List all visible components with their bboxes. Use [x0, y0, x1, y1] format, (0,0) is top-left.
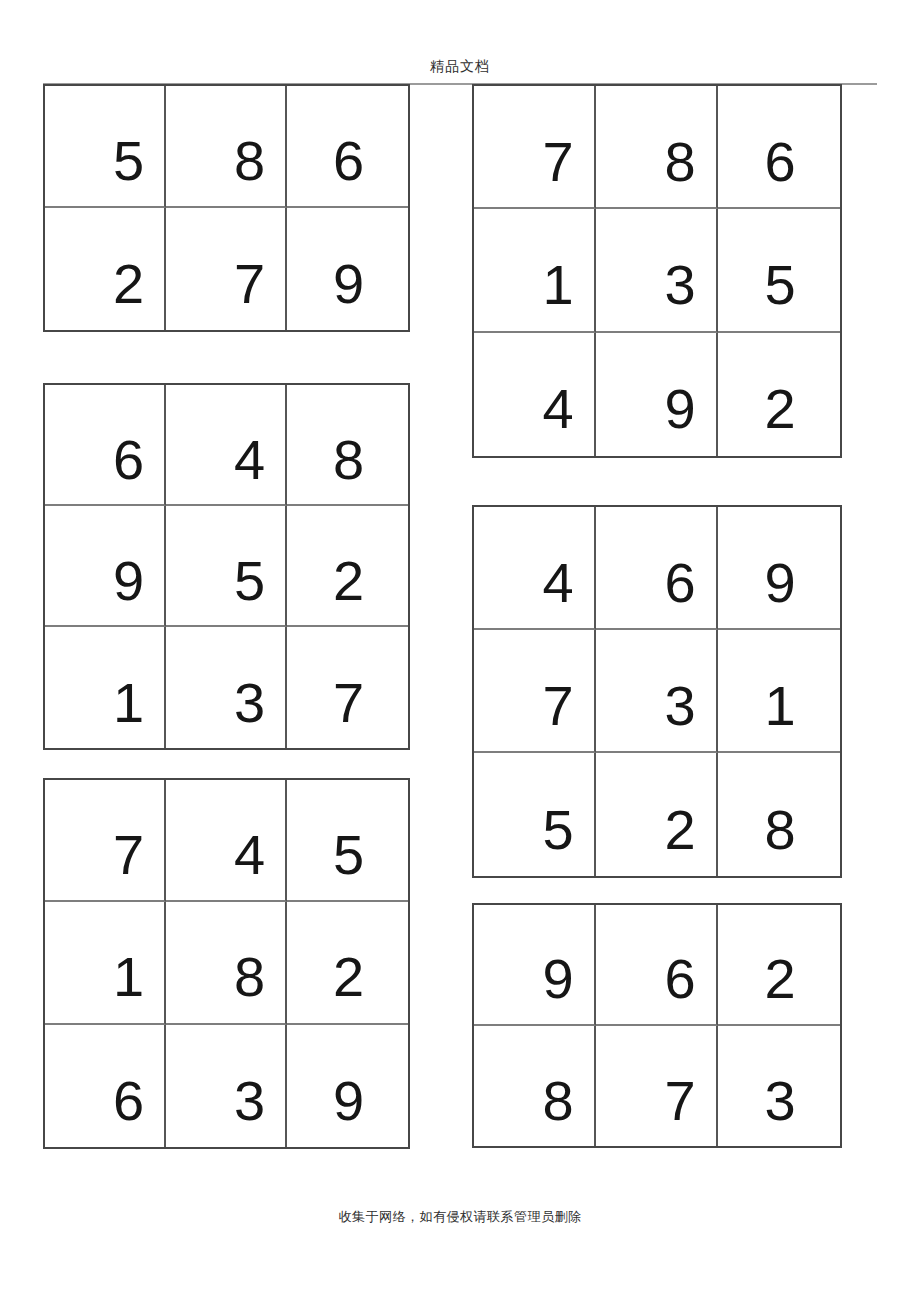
- digit-7: 7: [113, 827, 144, 883]
- digit-9: 9: [333, 256, 364, 312]
- digit-8: 8: [234, 133, 265, 189]
- digit-9: 9: [664, 381, 695, 437]
- digit-3: 3: [764, 1073, 795, 1129]
- grid-middle-left-cell-r3c3: 7: [287, 627, 408, 748]
- grid-middle-right-cell-r1c2: 6: [596, 507, 718, 630]
- grid-bottom-right-cell-r1c3: 2: [718, 905, 840, 1026]
- digit-2: 2: [664, 802, 695, 858]
- grid-middle-right-cell-r1c1: 4: [474, 507, 596, 630]
- grid-top-left-cell-r2c2: 7: [166, 208, 287, 330]
- grid-middle-right-cell-r3c3: 8: [718, 753, 840, 876]
- digit-7: 7: [234, 256, 265, 312]
- grid-middle-right-cell-r3c1: 5: [474, 753, 596, 876]
- grid-top-left: 586279: [43, 84, 410, 332]
- grid-top-right-cell-r3c1: 4: [474, 333, 596, 456]
- grid-top-right-cell-r1c3: 6: [718, 86, 840, 209]
- grid-top-right-cell-r3c2: 9: [596, 333, 718, 456]
- digit-4: 4: [234, 827, 265, 883]
- grid-middle-right-cell-r3c2: 2: [596, 753, 718, 876]
- grid-middle-left-cell-r1c1: 6: [45, 385, 166, 506]
- digit-9: 9: [333, 1073, 364, 1129]
- digit-5: 5: [764, 257, 795, 313]
- digit-3: 3: [234, 1073, 265, 1129]
- grid-middle-left-cell-r3c1: 1: [45, 627, 166, 748]
- digit-5: 5: [542, 802, 573, 858]
- grid-middle-right-cell-r2c1: 7: [474, 630, 596, 753]
- grid-top-left-cell-r1c3: 6: [287, 86, 408, 208]
- worksheet-page: 精品文档 58627978613549264895213746973152874…: [0, 0, 920, 1303]
- grid-bottom-right-cell-r2c2: 7: [596, 1026, 718, 1147]
- digit-1: 1: [113, 675, 144, 731]
- digit-8: 8: [234, 949, 265, 1005]
- digit-6: 6: [664, 951, 695, 1007]
- digit-7: 7: [664, 1073, 695, 1129]
- grid-bottom-left: 745182639: [43, 778, 410, 1149]
- grid-bottom-left-cell-r2c3: 2: [287, 902, 408, 1024]
- digit-5: 5: [234, 553, 265, 609]
- digit-1: 1: [113, 949, 144, 1005]
- digit-6: 6: [664, 555, 695, 611]
- grid-middle-right-cell-r2c3: 1: [718, 630, 840, 753]
- digit-6: 6: [113, 1073, 144, 1129]
- grid-top-right-cell-r2c1: 1: [474, 209, 596, 332]
- grid-top-right: 786135492: [472, 84, 842, 458]
- digit-6: 6: [764, 134, 795, 190]
- grid-top-right-cell-r1c2: 8: [596, 86, 718, 209]
- grid-middle-left-cell-r3c2: 3: [166, 627, 287, 748]
- grid-bottom-right-cell-r2c1: 8: [474, 1026, 596, 1147]
- digit-4: 4: [542, 381, 573, 437]
- digit-2: 2: [764, 951, 795, 1007]
- digit-2: 2: [333, 553, 364, 609]
- page-footer-text: 收集于网络，如有侵权请联系管理员删除: [0, 1208, 920, 1226]
- grid-bottom-right-cell-r1c1: 9: [474, 905, 596, 1026]
- grid-top-left-cell-r2c1: 2: [45, 208, 166, 330]
- digit-9: 9: [542, 951, 573, 1007]
- digit-9: 9: [113, 553, 144, 609]
- grid-bottom-left-cell-r3c2: 3: [166, 1025, 287, 1147]
- grid-top-right-cell-r2c3: 5: [718, 209, 840, 332]
- grid-bottom-left-cell-r1c2: 4: [166, 780, 287, 902]
- grid-top-left-cell-r1c2: 8: [166, 86, 287, 208]
- grid-middle-left-cell-r2c2: 5: [166, 506, 287, 627]
- grid-bottom-right-cell-r2c3: 3: [718, 1026, 840, 1147]
- digit-8: 8: [764, 802, 795, 858]
- digit-6: 6: [113, 432, 144, 488]
- grid-bottom-left-cell-r1c3: 5: [287, 780, 408, 902]
- digit-2: 2: [333, 949, 364, 1005]
- digit-9: 9: [764, 555, 795, 611]
- page-header-text: 精品文档: [0, 58, 920, 76]
- digit-7: 7: [542, 678, 573, 734]
- digit-2: 2: [764, 381, 795, 437]
- digit-4: 4: [542, 555, 573, 611]
- grid-middle-left-cell-r1c3: 8: [287, 385, 408, 506]
- digit-3: 3: [664, 257, 695, 313]
- digit-8: 8: [664, 134, 695, 190]
- grid-bottom-left-cell-r2c2: 8: [166, 902, 287, 1024]
- digit-1: 1: [764, 678, 795, 734]
- grid-top-right-cell-r2c2: 3: [596, 209, 718, 332]
- digit-1: 1: [542, 257, 573, 313]
- digit-7: 7: [542, 134, 573, 190]
- grid-middle-right-cell-r1c3: 9: [718, 507, 840, 630]
- grid-bottom-left-cell-r3c3: 9: [287, 1025, 408, 1147]
- grid-top-left-cell-r2c3: 9: [287, 208, 408, 330]
- digit-7: 7: [333, 675, 364, 731]
- digit-4: 4: [234, 432, 265, 488]
- digit-5: 5: [113, 133, 144, 189]
- grid-bottom-right-cell-r1c2: 6: [596, 905, 718, 1026]
- digit-8: 8: [333, 432, 364, 488]
- grid-top-left-cell-r1c1: 5: [45, 86, 166, 208]
- grid-bottom-left-cell-r3c1: 6: [45, 1025, 166, 1147]
- digit-8: 8: [542, 1073, 573, 1129]
- grid-bottom-left-cell-r2c1: 1: [45, 902, 166, 1024]
- digit-6: 6: [333, 133, 364, 189]
- digit-5: 5: [333, 827, 364, 883]
- digit-3: 3: [234, 675, 265, 731]
- grid-middle-right: 469731528: [472, 505, 842, 878]
- grid-middle-left-cell-r2c3: 2: [287, 506, 408, 627]
- grid-top-right-cell-r3c3: 2: [718, 333, 840, 456]
- grid-middle-left-cell-r2c1: 9: [45, 506, 166, 627]
- digit-3: 3: [664, 678, 695, 734]
- grid-middle-left: 648952137: [43, 383, 410, 750]
- grid-middle-right-cell-r2c2: 3: [596, 630, 718, 753]
- digit-2: 2: [113, 256, 144, 312]
- grid-bottom-left-cell-r1c1: 7: [45, 780, 166, 902]
- grid-bottom-right: 962873: [472, 903, 842, 1148]
- grid-top-right-cell-r1c1: 7: [474, 86, 596, 209]
- grid-middle-left-cell-r1c2: 4: [166, 385, 287, 506]
